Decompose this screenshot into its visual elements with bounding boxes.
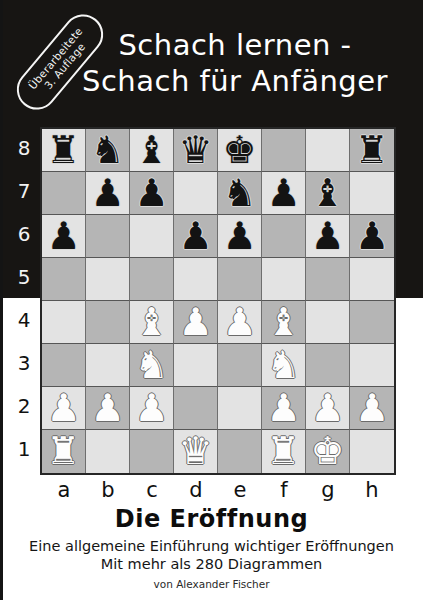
square-c1 xyxy=(130,430,174,473)
piece-wp-e4: ♟ xyxy=(218,301,261,343)
piece-bp-d6: ♟ xyxy=(174,215,217,257)
square-h1 xyxy=(350,430,394,473)
rank-label-1: 1 xyxy=(8,428,40,471)
piece-wb-c4: ♝ xyxy=(130,301,173,343)
square-d5 xyxy=(174,258,218,301)
file-labels: abcdefgh xyxy=(42,478,396,502)
square-b8: ♞ xyxy=(86,129,130,172)
square-a8: ♜ xyxy=(42,129,86,172)
rank-labels: 87654321 xyxy=(8,127,40,475)
file-label-d: d xyxy=(174,478,218,502)
square-g6: ♟ xyxy=(306,215,350,258)
piece-wr-f1: ♜ xyxy=(262,430,305,472)
square-e2 xyxy=(218,387,262,430)
square-h4 xyxy=(350,301,394,344)
file-label-g: g xyxy=(306,478,350,502)
file-label-e: e xyxy=(218,478,262,502)
square-f3: ♞ xyxy=(262,344,306,387)
square-f2: ♟ xyxy=(262,387,306,430)
square-e3 xyxy=(218,344,262,387)
square-c3: ♞ xyxy=(130,344,174,387)
piece-bk-e8: ♚ xyxy=(218,129,261,171)
square-d2 xyxy=(174,387,218,430)
square-c8: ♝ xyxy=(130,129,174,172)
square-g7: ♝ xyxy=(306,172,350,215)
piece-bp-f7: ♟ xyxy=(262,172,305,214)
piece-bn-b8: ♞ xyxy=(86,129,129,171)
piece-bp-c7: ♟ xyxy=(130,172,173,214)
square-f1: ♜ xyxy=(262,430,306,473)
rank-label-2: 2 xyxy=(8,385,40,428)
square-a5 xyxy=(42,258,86,301)
square-c7: ♟ xyxy=(130,172,174,215)
book-cover: Überarbeitete 3. Auflage Schach lernen -… xyxy=(0,0,423,600)
square-f6 xyxy=(262,215,306,258)
piece-bn-e7: ♞ xyxy=(218,172,261,214)
square-g2: ♟ xyxy=(306,387,350,430)
piece-br-a8: ♜ xyxy=(42,129,85,171)
square-c2: ♟ xyxy=(130,387,174,430)
square-e8: ♚ xyxy=(218,129,262,172)
square-h7 xyxy=(350,172,394,215)
rank-label-5: 5 xyxy=(8,256,40,299)
square-g8 xyxy=(306,129,350,172)
square-f7: ♟ xyxy=(262,172,306,215)
piece-wb-f4: ♝ xyxy=(262,301,305,343)
file-label-c: c xyxy=(130,478,174,502)
piece-wq-d1: ♛ xyxy=(174,430,217,472)
rank-label-3: 3 xyxy=(8,342,40,385)
square-a7 xyxy=(42,172,86,215)
author-line: von Alexander Fischer xyxy=(0,578,423,590)
square-d3 xyxy=(174,344,218,387)
square-a6: ♟ xyxy=(42,215,86,258)
square-a2: ♟ xyxy=(42,387,86,430)
piece-wn-c3: ♞ xyxy=(130,344,173,386)
square-b1 xyxy=(86,430,130,473)
piece-wk-g1: ♚ xyxy=(306,430,349,472)
piece-bp-a6: ♟ xyxy=(42,215,85,257)
piece-wp-c2: ♟ xyxy=(130,387,173,429)
rank-label-8: 8 xyxy=(8,127,40,170)
piece-br-h8: ♜ xyxy=(350,129,394,171)
series-heading: Die Eröffnung xyxy=(0,505,423,533)
piece-bp-h6: ♟ xyxy=(350,215,394,257)
square-e7: ♞ xyxy=(218,172,262,215)
piece-bp-g6: ♟ xyxy=(306,215,349,257)
square-b7: ♟ xyxy=(86,172,130,215)
square-b3 xyxy=(86,344,130,387)
piece-bp-b7: ♟ xyxy=(86,172,129,214)
square-h5 xyxy=(350,258,394,301)
square-f4: ♝ xyxy=(262,301,306,344)
square-b4 xyxy=(86,301,130,344)
square-f5 xyxy=(262,258,306,301)
square-d1: ♛ xyxy=(174,430,218,473)
cover-title-line1: Schach lernen - xyxy=(55,27,415,63)
square-d7 xyxy=(174,172,218,215)
rank-label-7: 7 xyxy=(8,170,40,213)
chess-board: ♜♞♝♛♚♜♟♟♞♟♝♟♟♟♟♟♝♟♟♝♞♞♟♟♟♟♟♟♜♛♜♚ xyxy=(40,127,396,475)
square-a3 xyxy=(42,344,86,387)
square-g3 xyxy=(306,344,350,387)
chess-diagram: 87654321 ♜♞♝♛♚♜♟♟♞♟♝♟♟♟♟♟♝♟♟♝♞♞♟♟♟♟♟♟♜♛♜… xyxy=(8,127,396,502)
square-e4: ♟ xyxy=(218,301,262,344)
piece-wp-b2: ♟ xyxy=(86,387,129,429)
piece-wp-h2: ♟ xyxy=(350,387,394,429)
square-b5 xyxy=(86,258,130,301)
cover-title: Schach lernen - Schach für Anfänger xyxy=(55,27,415,99)
square-d8: ♛ xyxy=(174,129,218,172)
piece-wp-a2: ♟ xyxy=(42,387,85,429)
subtitle-line2: Mit mehr als 280 Diagrammen xyxy=(0,556,423,572)
square-c6 xyxy=(130,215,174,258)
square-h6: ♟ xyxy=(350,215,394,258)
subtitle-line1: Eine allgemeine Einführung wichtiger Erö… xyxy=(0,538,423,554)
piece-bb-c8: ♝ xyxy=(130,129,173,171)
piece-bb-g7: ♝ xyxy=(306,172,349,214)
square-c5 xyxy=(130,258,174,301)
piece-wn-f3: ♞ xyxy=(262,344,305,386)
piece-wp-f2: ♟ xyxy=(262,387,305,429)
square-c4: ♝ xyxy=(130,301,174,344)
square-g1: ♚ xyxy=(306,430,350,473)
square-e6: ♟ xyxy=(218,215,262,258)
file-label-f: f xyxy=(262,478,306,502)
square-f8 xyxy=(262,129,306,172)
square-g5 xyxy=(306,258,350,301)
square-e1 xyxy=(218,430,262,473)
square-a4 xyxy=(42,301,86,344)
piece-bq-d8: ♛ xyxy=(174,129,217,171)
square-a1: ♜ xyxy=(42,430,86,473)
rank-label-6: 6 xyxy=(8,213,40,256)
square-e5 xyxy=(218,258,262,301)
file-label-a: a xyxy=(42,478,86,502)
piece-wp-d4: ♟ xyxy=(174,301,217,343)
file-label-b: b xyxy=(86,478,130,502)
file-label-h: h xyxy=(350,478,394,502)
piece-wr-a1: ♜ xyxy=(42,430,85,472)
rank-label-4: 4 xyxy=(8,299,40,342)
piece-wp-g2: ♟ xyxy=(306,387,349,429)
piece-bp-e6: ♟ xyxy=(218,215,261,257)
square-h8: ♜ xyxy=(350,129,394,172)
square-b2: ♟ xyxy=(86,387,130,430)
square-d6: ♟ xyxy=(174,215,218,258)
square-h2: ♟ xyxy=(350,387,394,430)
square-h3 xyxy=(350,344,394,387)
square-b6 xyxy=(86,215,130,258)
square-d4: ♟ xyxy=(174,301,218,344)
square-g4 xyxy=(306,301,350,344)
cover-title-line2: Schach für Anfänger xyxy=(55,63,415,99)
